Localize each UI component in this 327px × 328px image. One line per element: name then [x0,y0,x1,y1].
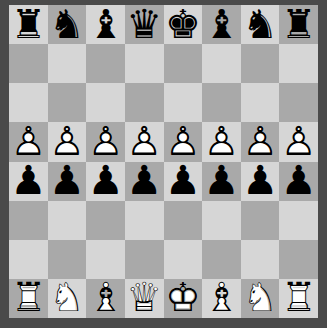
square-a7[interactable] [9,44,48,83]
square-b5[interactable]: ♟♙ [48,122,87,161]
square-d2[interactable] [125,240,164,279]
white-pawn-fill-icon: ♟ [241,121,280,160]
square-b4[interactable]: ♟ [48,162,87,201]
chess-board: ♜♞♝♛♚♝♞♜♟♙♟♙♟♙♟♙♟♙♟♙♟♙♟♙♟♟♟♟♟♟♟♟♜♖♞♘♝♗♛♕… [9,5,318,318]
white-rook-piece[interactable]: ♜♖ [279,279,318,318]
board-frame: ♜♞♝♛♚♝♞♜♟♙♟♙♟♙♟♙♟♙♟♙♟♙♟♙♟♟♟♟♟♟♟♟♜♖♞♘♝♗♛♕… [0,0,327,328]
white-king-piece[interactable]: ♚♔ [164,279,203,318]
square-e5[interactable]: ♟♙ [164,122,203,161]
black-rook-icon: ♜ [9,4,48,43]
square-d8[interactable]: ♛ [125,5,164,44]
white-pawn-outline-icon: ♙ [279,121,318,160]
black-rook-piece[interactable]: ♜ [9,5,48,44]
square-h6[interactable] [279,83,318,122]
white-pawn-piece[interactable]: ♟♙ [202,122,241,161]
white-pawn-fill-icon: ♟ [86,121,125,160]
black-pawn-icon: ♟ [48,161,87,200]
black-pawn-piece[interactable]: ♟ [125,162,164,201]
white-rook-fill-icon: ♜ [279,278,318,317]
square-b6[interactable] [48,83,87,122]
black-pawn-piece[interactable]: ♟ [48,162,87,201]
black-pawn-icon: ♟ [125,161,164,200]
white-rook-fill-icon: ♜ [9,278,48,317]
white-pawn-fill-icon: ♟ [9,121,48,160]
square-b7[interactable] [48,44,87,83]
white-bishop-outline-icon: ♗ [86,278,125,317]
square-c2[interactable] [86,240,125,279]
square-g6[interactable] [241,83,280,122]
square-f7[interactable] [202,44,241,83]
square-f1[interactable]: ♝♗ [202,279,241,318]
black-pawn-icon: ♟ [86,161,125,200]
white-bishop-piece[interactable]: ♝♗ [86,279,125,318]
black-queen-piece[interactable]: ♛ [125,5,164,44]
square-e6[interactable] [164,83,203,122]
square-g4[interactable]: ♟ [241,162,280,201]
square-a8[interactable]: ♜ [9,5,48,44]
square-a4[interactable]: ♟ [9,162,48,201]
black-bishop-icon: ♝ [86,4,125,43]
white-rook-outline-icon: ♖ [279,278,318,317]
black-pawn-icon: ♟ [164,161,203,200]
square-b1[interactable]: ♞♘ [48,279,87,318]
square-d4[interactable]: ♟ [125,162,164,201]
white-knight-outline-icon: ♘ [48,278,87,317]
white-knight-piece[interactable]: ♞♘ [48,279,87,318]
black-knight-icon: ♞ [241,4,280,43]
square-a6[interactable] [9,83,48,122]
white-pawn-piece[interactable]: ♟♙ [279,122,318,161]
white-pawn-fill-icon: ♟ [164,121,203,160]
square-a5[interactable]: ♟♙ [9,122,48,161]
black-rook-icon: ♜ [279,4,318,43]
black-bishop-icon: ♝ [202,4,241,43]
white-knight-piece[interactable]: ♞♘ [241,279,280,318]
black-pawn-icon: ♟ [241,161,280,200]
white-pawn-outline-icon: ♙ [48,121,87,160]
white-bishop-outline-icon: ♗ [202,278,241,317]
square-e4[interactable]: ♟ [164,162,203,201]
black-knight-icon: ♞ [48,4,87,43]
square-h2[interactable] [279,240,318,279]
square-h7[interactable] [279,44,318,83]
black-pawn-piece[interactable]: ♟ [86,162,125,201]
white-rook-piece[interactable]: ♜♖ [9,279,48,318]
square-h3[interactable] [279,201,318,240]
square-e7[interactable] [164,44,203,83]
white-pawn-piece[interactable]: ♟♙ [9,122,48,161]
square-e2[interactable] [164,240,203,279]
square-a3[interactable] [9,201,48,240]
white-bishop-piece[interactable]: ♝♗ [202,279,241,318]
white-pawn-outline-icon: ♙ [164,121,203,160]
square-f5[interactable]: ♟♙ [202,122,241,161]
square-c3[interactable] [86,201,125,240]
white-pawn-piece[interactable]: ♟♙ [164,122,203,161]
square-f8[interactable]: ♝ [202,5,241,44]
square-g8[interactable]: ♞ [241,5,280,44]
square-e8[interactable]: ♚ [164,5,203,44]
black-pawn-piece[interactable]: ♟ [279,162,318,201]
white-rook-outline-icon: ♖ [9,278,48,317]
square-f3[interactable] [202,201,241,240]
black-bishop-piece[interactable]: ♝ [202,5,241,44]
square-d7[interactable] [125,44,164,83]
square-c5[interactable]: ♟♙ [86,122,125,161]
square-h4[interactable]: ♟ [279,162,318,201]
black-knight-piece[interactable]: ♞ [241,5,280,44]
black-pawn-piece[interactable]: ♟ [164,162,203,201]
white-pawn-outline-icon: ♙ [241,121,280,160]
square-c4[interactable]: ♟ [86,162,125,201]
black-queen-icon: ♛ [125,4,164,43]
square-d3[interactable] [125,201,164,240]
white-bishop-fill-icon: ♝ [86,278,125,317]
white-pawn-piece[interactable]: ♟♙ [241,122,280,161]
white-pawn-piece[interactable]: ♟♙ [48,122,87,161]
white-knight-fill-icon: ♞ [241,278,280,317]
square-c7[interactable] [86,44,125,83]
square-d5[interactable]: ♟♙ [125,122,164,161]
square-f4[interactable]: ♟ [202,162,241,201]
white-queen-piece[interactable]: ♛♕ [125,279,164,318]
square-d6[interactable] [125,83,164,122]
square-g5[interactable]: ♟♙ [241,122,280,161]
white-knight-fill-icon: ♞ [48,278,87,317]
white-pawn-fill-icon: ♟ [48,121,87,160]
square-a2[interactable] [9,240,48,279]
square-f6[interactable] [202,83,241,122]
black-pawn-icon: ♟ [9,161,48,200]
square-e3[interactable] [164,201,203,240]
white-pawn-piece[interactable]: ♟♙ [86,122,125,161]
square-h1[interactable]: ♜♖ [279,279,318,318]
black-pawn-piece[interactable]: ♟ [9,162,48,201]
square-c6[interactable] [86,83,125,122]
square-b8[interactable]: ♞ [48,5,87,44]
white-knight-outline-icon: ♘ [241,278,280,317]
white-pawn-outline-icon: ♙ [202,121,241,160]
square-b2[interactable] [48,240,87,279]
white-king-outline-icon: ♔ [164,278,203,317]
white-pawn-fill-icon: ♟ [202,121,241,160]
white-queen-fill-icon: ♛ [125,278,164,317]
square-g1[interactable]: ♞♘ [241,279,280,318]
black-king-piece[interactable]: ♚ [164,5,203,44]
black-king-icon: ♚ [164,4,203,43]
white-pawn-outline-icon: ♙ [86,121,125,160]
black-knight-piece[interactable]: ♞ [48,5,87,44]
square-c1[interactable]: ♝♗ [86,279,125,318]
white-pawn-fill-icon: ♟ [279,121,318,160]
white-pawn-piece[interactable]: ♟♙ [125,122,164,161]
square-c8[interactable]: ♝ [86,5,125,44]
square-h5[interactable]: ♟♙ [279,122,318,161]
square-g3[interactable] [241,201,280,240]
square-e1[interactable]: ♚♔ [164,279,203,318]
square-h8[interactable]: ♜ [279,5,318,44]
black-pawn-piece[interactable]: ♟ [241,162,280,201]
square-g7[interactable] [241,44,280,83]
black-pawn-icon: ♟ [279,161,318,200]
black-rook-piece[interactable]: ♜ [279,5,318,44]
white-queen-outline-icon: ♕ [125,278,164,317]
square-f2[interactable] [202,240,241,279]
square-a1[interactable]: ♜♖ [9,279,48,318]
white-pawn-outline-icon: ♙ [9,121,48,160]
square-g2[interactable] [241,240,280,279]
square-d1[interactable]: ♛♕ [125,279,164,318]
white-pawn-outline-icon: ♙ [125,121,164,160]
black-bishop-piece[interactable]: ♝ [86,5,125,44]
white-king-fill-icon: ♚ [164,278,203,317]
square-b3[interactable] [48,201,87,240]
white-bishop-fill-icon: ♝ [202,278,241,317]
white-pawn-fill-icon: ♟ [125,121,164,160]
black-pawn-icon: ♟ [202,161,241,200]
black-pawn-piece[interactable]: ♟ [202,162,241,201]
